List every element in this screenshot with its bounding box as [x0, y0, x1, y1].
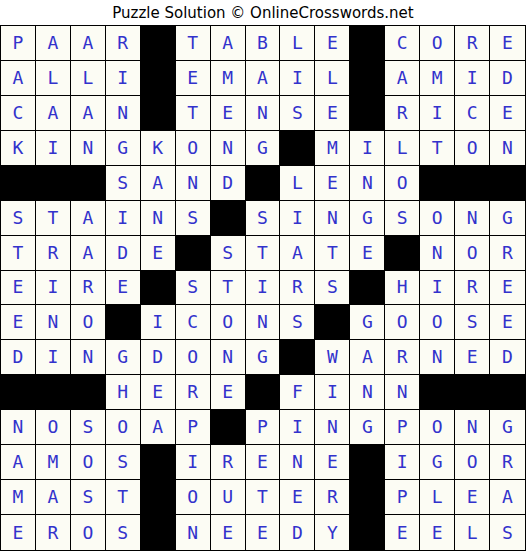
cell-r10c3: N	[71, 340, 106, 375]
cell-letter: N	[257, 104, 268, 122]
cell-letter: E	[13, 313, 24, 331]
cell-r11c9: F	[280, 375, 315, 410]
cell-letter: E	[502, 313, 513, 331]
cell-r5c7: D	[211, 166, 246, 201]
cell-letter: A	[47, 34, 58, 52]
cell-r10c6: O	[176, 340, 211, 375]
cell-letter: S	[82, 488, 93, 506]
cell-letter: L	[82, 69, 93, 87]
cell-r13c10: E	[315, 445, 350, 480]
cell-letter: E	[13, 278, 24, 296]
cell-r15c8: E	[246, 515, 281, 550]
cell-letter: I	[187, 453, 198, 471]
cell-r11c4: H	[106, 375, 141, 410]
cell-r6c11: G	[350, 201, 385, 236]
cell-letter: S	[292, 313, 303, 331]
cell-r1c8: B	[246, 26, 281, 61]
cell-r11c11: N	[350, 375, 385, 410]
block-cell-r11c1	[1, 375, 36, 410]
cell-r1c10: E	[315, 26, 350, 61]
cell-letter: A	[47, 104, 58, 122]
cell-r3c4: N	[106, 96, 141, 131]
cell-letter: O	[82, 313, 93, 331]
cell-letter: G	[117, 348, 128, 366]
cell-r14c12: P	[385, 480, 420, 515]
cell-letter: C	[187, 313, 198, 331]
cell-letter: I	[292, 69, 303, 87]
cell-letter: M	[222, 69, 233, 87]
cell-letter: O	[187, 348, 198, 366]
cell-letter: S	[222, 244, 233, 262]
cell-letter: E	[222, 524, 233, 542]
cell-r6c14: N	[455, 201, 490, 236]
cell-letter: R	[467, 278, 478, 296]
cell-letter: C	[397, 34, 408, 52]
cell-r10c7: N	[211, 340, 246, 375]
block-cell-r8c11	[350, 271, 385, 306]
cell-r8c9: R	[280, 271, 315, 306]
cell-r4c8: G	[246, 131, 281, 166]
cell-r3c10: E	[315, 96, 350, 131]
cell-letter: N	[292, 453, 303, 471]
cell-r9c1: E	[1, 305, 36, 340]
cell-letter: G	[362, 313, 373, 331]
block-cell-r5c1	[1, 166, 36, 201]
cell-r3c3: A	[71, 96, 106, 131]
cell-letter: I	[327, 383, 338, 401]
cell-r12c14: N	[455, 410, 490, 445]
block-cell-r11c8	[246, 375, 281, 410]
cell-r14c8: T	[246, 480, 281, 515]
cell-r12c9: I	[280, 410, 315, 445]
cell-letter: R	[502, 244, 513, 262]
cell-r6c8: S	[246, 201, 281, 236]
cell-r12c3: S	[71, 410, 106, 445]
page-title: Puzzle Solution © OnlineCrosswords.net	[0, 0, 526, 25]
cell-letter: R	[327, 488, 338, 506]
cell-letter: R	[117, 34, 128, 52]
cell-letter: K	[152, 139, 163, 157]
block-cell-r14c5	[141, 480, 176, 515]
cell-r9c9: S	[280, 305, 315, 340]
cell-letter: E	[257, 524, 268, 542]
cell-letter: M	[13, 488, 24, 506]
cell-r12c5: A	[141, 410, 176, 445]
puzzle-solution-page: Puzzle Solution © OnlineCrosswords.net P…	[0, 0, 526, 551]
cell-r12c11: G	[350, 410, 385, 445]
cell-letter: N	[152, 209, 163, 227]
cell-letter: A	[13, 69, 24, 87]
cell-r3c13: I	[420, 96, 455, 131]
block-cell-r7c6	[176, 236, 211, 271]
cell-r8c12: H	[385, 271, 420, 306]
cell-letter: O	[187, 488, 198, 506]
cell-r5c12: O	[385, 166, 420, 201]
cell-r4c5: K	[141, 131, 176, 166]
cell-letter: G	[362, 418, 373, 436]
cell-r13c14: O	[455, 445, 490, 480]
cell-letter: A	[47, 488, 58, 506]
cell-r3c6: T	[176, 96, 211, 131]
cell-letter: A	[82, 104, 93, 122]
cell-letter: W	[327, 348, 338, 366]
cell-letter: T	[257, 244, 268, 262]
cell-letter: A	[13, 453, 24, 471]
block-cell-r5c13	[420, 166, 455, 201]
cell-r9c14: S	[455, 305, 490, 340]
cell-letter: R	[222, 453, 233, 471]
cell-letter: T	[222, 278, 233, 296]
cell-letter: A	[397, 69, 408, 87]
cell-letter: M	[327, 139, 338, 157]
cell-r15c4: S	[106, 515, 141, 550]
cell-r14c4: T	[106, 480, 141, 515]
cell-letter: I	[397, 453, 408, 471]
cell-r1c15: E	[490, 26, 525, 61]
cell-letter: I	[362, 139, 373, 157]
cell-letter: R	[467, 34, 478, 52]
cell-letter: S	[13, 209, 24, 227]
cell-letter: A	[82, 244, 93, 262]
cell-r4c6: O	[176, 131, 211, 166]
cell-letter: E	[117, 278, 128, 296]
cell-r13c1: A	[1, 445, 36, 480]
cell-letter: T	[432, 139, 443, 157]
cell-letter: R	[187, 383, 198, 401]
cell-r12c4: O	[106, 410, 141, 445]
cell-letter: N	[432, 348, 443, 366]
cell-r6c13: O	[420, 201, 455, 236]
cell-letter: A	[257, 69, 268, 87]
cell-letter: N	[397, 383, 408, 401]
cell-r12c15: G	[490, 410, 525, 445]
cell-letter: P	[257, 418, 268, 436]
cell-letter: Y	[327, 524, 338, 542]
cell-letter: A	[82, 209, 93, 227]
cell-letter: G	[502, 209, 513, 227]
block-cell-r3c11	[350, 96, 385, 131]
cell-r14c10: R	[315, 480, 350, 515]
cell-letter: O	[467, 244, 478, 262]
cell-r13c9: N	[280, 445, 315, 480]
cell-r14c1: M	[1, 480, 36, 515]
cell-r10c8: G	[246, 340, 281, 375]
cell-r14c2: A	[36, 480, 71, 515]
cell-letter: G	[257, 139, 268, 157]
cell-r1c14: R	[455, 26, 490, 61]
cell-r13c3: O	[71, 445, 106, 480]
cell-letter: A	[292, 244, 303, 262]
cell-r10c5: D	[141, 340, 176, 375]
cell-letter: N	[187, 174, 198, 192]
cell-letter: N	[327, 209, 338, 227]
cell-letter: P	[397, 488, 408, 506]
cell-letter: D	[502, 69, 513, 87]
block-cell-r11c2	[36, 375, 71, 410]
cell-letter: I	[432, 104, 443, 122]
cell-r15c10: Y	[315, 515, 350, 550]
cell-r4c15: N	[490, 131, 525, 166]
cell-r7c11: E	[350, 236, 385, 271]
cell-letter: S	[397, 209, 408, 227]
cell-letter: K	[13, 139, 24, 157]
cell-letter: N	[502, 139, 513, 157]
cell-letter: S	[117, 524, 128, 542]
cell-r13c2: M	[36, 445, 71, 480]
cell-letter: O	[397, 174, 408, 192]
cell-r3c15: E	[490, 96, 525, 131]
block-cell-r11c13	[420, 375, 455, 410]
cell-letter: N	[187, 524, 198, 542]
cell-r15c6: N	[176, 515, 211, 550]
cell-letter: D	[152, 348, 163, 366]
cell-letter: S	[82, 418, 93, 436]
cell-letter: U	[222, 488, 233, 506]
cell-r7c3: A	[71, 236, 106, 271]
cell-r4c12: L	[385, 131, 420, 166]
cell-r9c2: N	[36, 305, 71, 340]
cell-letter: I	[292, 209, 303, 227]
cell-letter: C	[13, 104, 24, 122]
cell-r9c12: O	[385, 305, 420, 340]
cell-letter: T	[187, 104, 198, 122]
block-cell-r3c5	[141, 96, 176, 131]
cell-r11c10: I	[315, 375, 350, 410]
cell-r2c9: I	[280, 61, 315, 96]
block-cell-r4c9	[280, 131, 315, 166]
cell-r13c15: R	[490, 445, 525, 480]
cell-r10c12: R	[385, 340, 420, 375]
cell-r8c14: R	[455, 271, 490, 306]
cell-r13c4: S	[106, 445, 141, 480]
cell-r4c14: O	[455, 131, 490, 166]
cell-letter: A	[502, 488, 513, 506]
cell-letter: I	[117, 209, 128, 227]
cell-letter: E	[362, 244, 373, 262]
cell-r5c9: L	[280, 166, 315, 201]
cell-letter: R	[502, 453, 513, 471]
cell-r7c13: N	[420, 236, 455, 271]
cell-letter: I	[467, 69, 478, 87]
cell-letter: G	[117, 139, 128, 157]
cell-letter: N	[467, 209, 478, 227]
cell-letter: H	[117, 383, 128, 401]
cell-letter: O	[82, 453, 93, 471]
cell-r6c1: S	[1, 201, 36, 236]
cell-r2c13: M	[420, 61, 455, 96]
cell-r3c7: E	[211, 96, 246, 131]
cell-r6c10: N	[315, 201, 350, 236]
cell-r13c7: R	[211, 445, 246, 480]
cell-letter: D	[502, 348, 513, 366]
cell-letter: E	[467, 488, 478, 506]
cell-letter: A	[82, 34, 93, 52]
cell-r14c9: E	[280, 480, 315, 515]
cell-r9c11: G	[350, 305, 385, 340]
cell-r8c1: E	[1, 271, 36, 306]
block-cell-r5c8	[246, 166, 281, 201]
cell-letter: E	[222, 383, 233, 401]
cell-letter: S	[117, 453, 128, 471]
cell-letter: N	[467, 418, 478, 436]
block-cell-r11c3	[71, 375, 106, 410]
cell-letter: N	[82, 348, 93, 366]
cell-letter: A	[222, 34, 233, 52]
cell-letter: H	[397, 278, 408, 296]
cell-r7c10: T	[315, 236, 350, 271]
cell-letter: E	[502, 34, 513, 52]
cell-letter: E	[327, 453, 338, 471]
cell-r13c6: I	[176, 445, 211, 480]
cell-r9c13: O	[420, 305, 455, 340]
block-cell-r6c7	[211, 201, 246, 236]
cell-r3c1: C	[1, 96, 36, 131]
block-cell-r15c11	[350, 515, 385, 550]
cell-r5c4: S	[106, 166, 141, 201]
cell-r12c13: O	[420, 410, 455, 445]
cell-r2c2: L	[36, 61, 71, 96]
block-cell-r5c14	[455, 166, 490, 201]
block-cell-r12c7	[211, 410, 246, 445]
cell-r2c7: M	[211, 61, 246, 96]
cell-r9c7: O	[211, 305, 246, 340]
cell-r9c5: I	[141, 305, 176, 340]
cell-r9c15: E	[490, 305, 525, 340]
cell-letter: E	[467, 348, 478, 366]
cell-letter: D	[222, 174, 233, 192]
cell-letter: E	[327, 174, 338, 192]
cell-r13c13: G	[420, 445, 455, 480]
block-cell-r8c5	[141, 271, 176, 306]
cell-letter: E	[152, 244, 163, 262]
cell-r2c8: A	[246, 61, 281, 96]
cell-r7c2: R	[36, 236, 71, 271]
cell-r12c6: P	[176, 410, 211, 445]
cell-letter: R	[397, 348, 408, 366]
block-cell-r13c11	[350, 445, 385, 480]
cell-letter: G	[257, 348, 268, 366]
cell-r4c3: N	[71, 131, 106, 166]
cell-letter: A	[362, 348, 373, 366]
cell-r12c10: N	[315, 410, 350, 445]
cell-letter: O	[467, 453, 478, 471]
cell-letter: O	[117, 418, 128, 436]
block-cell-r11c14	[455, 375, 490, 410]
cell-r3c2: A	[36, 96, 71, 131]
cell-r6c9: I	[280, 201, 315, 236]
cell-r10c2: I	[36, 340, 71, 375]
cell-letter: E	[502, 104, 513, 122]
cell-r10c15: D	[490, 340, 525, 375]
cell-r6c3: A	[71, 201, 106, 236]
cell-r1c4: R	[106, 26, 141, 61]
cell-letter: L	[292, 34, 303, 52]
cell-r1c1: P	[1, 26, 36, 61]
cell-letter: O	[47, 418, 58, 436]
cell-r15c14: L	[455, 515, 490, 550]
cell-r10c13: N	[420, 340, 455, 375]
cell-letter: G	[432, 453, 443, 471]
block-cell-r9c10	[315, 305, 350, 340]
cell-r1c2: A	[36, 26, 71, 61]
cell-letter: N	[13, 418, 24, 436]
cell-r4c4: G	[106, 131, 141, 166]
cell-letter: S	[292, 104, 303, 122]
cell-r13c12: I	[385, 445, 420, 480]
cell-letter: I	[432, 278, 443, 296]
cell-r2c6: E	[176, 61, 211, 96]
block-cell-r11c15	[490, 375, 525, 410]
cell-r8c2: I	[36, 271, 71, 306]
cell-r3c8: N	[246, 96, 281, 131]
block-cell-r2c11	[350, 61, 385, 96]
cell-r10c1: D	[1, 340, 36, 375]
cell-letter: O	[432, 313, 443, 331]
cell-r10c10: W	[315, 340, 350, 375]
cell-letter: N	[362, 174, 373, 192]
crossword-grid: PAARTABLECOREALLIEMAILAMIDCAANTENSERICEK…	[0, 25, 526, 551]
cell-letter: L	[432, 488, 443, 506]
cell-letter: O	[187, 139, 198, 157]
cell-r7c5: E	[141, 236, 176, 271]
cell-letter: C	[467, 104, 478, 122]
cell-r7c15: R	[490, 236, 525, 271]
cell-r15c3: O	[71, 515, 106, 550]
cell-r7c4: D	[106, 236, 141, 271]
block-cell-r5c15	[490, 166, 525, 201]
cell-r12c1: N	[1, 410, 36, 445]
cell-r15c12: E	[385, 515, 420, 550]
cell-letter: N	[222, 139, 233, 157]
cell-letter: O	[397, 313, 408, 331]
cell-letter: O	[222, 313, 233, 331]
cell-letter: B	[257, 34, 268, 52]
cell-letter: O	[432, 34, 443, 52]
cell-letter: I	[47, 139, 58, 157]
block-cell-r2c5	[141, 61, 176, 96]
cell-r2c4: I	[106, 61, 141, 96]
cell-letter: N	[47, 313, 58, 331]
cell-r5c11: N	[350, 166, 385, 201]
cell-letter: A	[152, 174, 163, 192]
block-cell-r7c12	[385, 236, 420, 271]
cell-letter: O	[82, 524, 93, 542]
cell-letter: E	[257, 453, 268, 471]
cell-r6c4: I	[106, 201, 141, 236]
cell-r9c8: N	[246, 305, 281, 340]
cell-letter: O	[432, 209, 443, 227]
cell-r1c7: A	[211, 26, 246, 61]
cell-r2c15: D	[490, 61, 525, 96]
cell-letter: G	[502, 418, 513, 436]
cell-r10c4: G	[106, 340, 141, 375]
cell-r1c12: C	[385, 26, 420, 61]
cell-letter: S	[502, 524, 513, 542]
cell-r2c14: I	[455, 61, 490, 96]
cell-r8c13: I	[420, 271, 455, 306]
cell-r4c2: I	[36, 131, 71, 166]
cell-r8c7: T	[211, 271, 246, 306]
cell-letter: M	[47, 453, 58, 471]
cell-letter: L	[327, 69, 338, 87]
block-cell-r15c5	[141, 515, 176, 550]
block-cell-r5c2	[36, 166, 71, 201]
cell-r14c6: O	[176, 480, 211, 515]
cell-r7c7: S	[211, 236, 246, 271]
cell-letter: E	[13, 524, 24, 542]
cell-letter: N	[327, 418, 338, 436]
cell-r7c14: O	[455, 236, 490, 271]
